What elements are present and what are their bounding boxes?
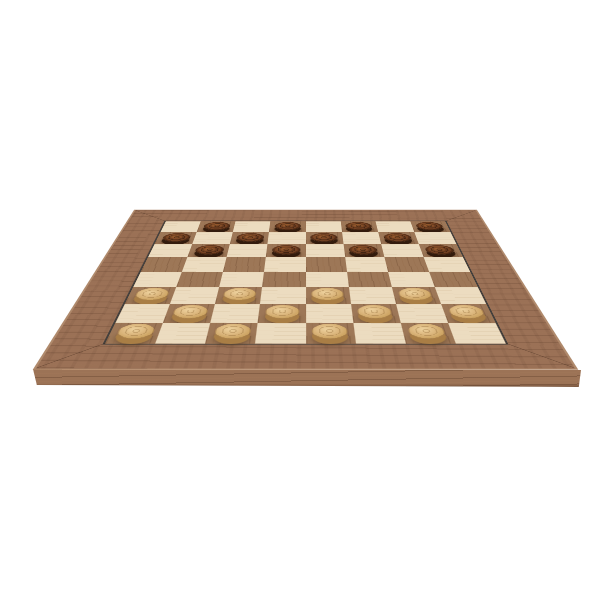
square-h1[interactable] [448, 323, 506, 344]
frame-miter-seam [37, 342, 109, 368]
piece-dark[interactable] [194, 245, 225, 254]
square-e1[interactable] [306, 323, 356, 344]
square-f8[interactable] [340, 221, 378, 232]
piece-dark[interactable] [272, 245, 301, 254]
board-perspective-wrapper [95, 61, 516, 482]
square-b6[interactable] [187, 244, 230, 257]
piece-dark[interactable] [310, 233, 337, 242]
piece-dark[interactable] [348, 245, 378, 254]
square-e7[interactable] [306, 232, 344, 244]
piece-light[interactable] [171, 305, 209, 319]
square-c5[interactable] [223, 257, 266, 271]
square-b1[interactable] [155, 323, 210, 344]
square-h7[interactable] [414, 232, 456, 244]
piece-light[interactable] [448, 305, 488, 319]
square-f3[interactable] [349, 287, 396, 304]
square-e3[interactable] [306, 287, 351, 304]
square-c6[interactable] [227, 244, 268, 257]
square-c4[interactable] [219, 272, 264, 287]
square-c8[interactable] [233, 221, 271, 232]
square-h5[interactable] [424, 257, 470, 271]
frame-miter-seam [443, 211, 475, 222]
square-c7[interactable] [230, 232, 269, 244]
piece-dark[interactable] [415, 222, 444, 230]
piece-light[interactable] [133, 288, 170, 300]
square-h3[interactable] [435, 287, 486, 304]
square-d5[interactable] [264, 257, 305, 271]
square-a4[interactable] [133, 272, 182, 287]
square-a2[interactable] [116, 304, 170, 323]
square-d4[interactable] [262, 272, 305, 287]
square-g3[interactable] [392, 287, 441, 304]
square-e2[interactable] [306, 304, 353, 323]
square-h8[interactable] [410, 221, 450, 232]
square-b7[interactable] [192, 232, 233, 244]
square-e4[interactable] [306, 272, 349, 287]
square-b5[interactable] [182, 257, 227, 271]
piece-light[interactable] [222, 288, 256, 300]
square-b8[interactable] [197, 221, 236, 232]
board-front-edge [33, 369, 581, 387]
square-f7[interactable] [342, 232, 381, 244]
square-c3[interactable] [215, 287, 262, 304]
square-a3[interactable] [125, 287, 176, 304]
square-f6[interactable] [343, 244, 384, 257]
square-a5[interactable] [141, 257, 187, 271]
square-a1[interactable] [105, 323, 163, 344]
square-f4[interactable] [347, 272, 392, 287]
checkers-board-photo [0, 0, 600, 600]
square-d2[interactable] [258, 304, 305, 323]
piece-dark[interactable] [345, 222, 372, 230]
piece-light[interactable] [312, 324, 348, 339]
square-g7[interactable] [378, 232, 419, 244]
square-g2[interactable] [396, 304, 448, 323]
square-b4[interactable] [176, 272, 223, 287]
square-b3[interactable] [170, 287, 219, 304]
piece-light[interactable] [357, 305, 393, 319]
square-h4[interactable] [429, 272, 478, 287]
square-d3[interactable] [260, 287, 305, 304]
square-h6[interactable] [419, 244, 463, 257]
square-d1[interactable] [255, 323, 305, 344]
piece-light[interactable] [213, 324, 251, 339]
board [33, 210, 579, 370]
piece-dark[interactable] [202, 222, 230, 230]
square-a8[interactable] [160, 221, 200, 232]
playing-area [102, 221, 508, 345]
square-d8[interactable] [269, 221, 305, 232]
square-b2[interactable] [163, 304, 215, 323]
square-g5[interactable] [384, 257, 429, 271]
piece-light[interactable] [311, 288, 344, 300]
square-d6[interactable] [266, 244, 305, 257]
piece-dark[interactable] [424, 245, 456, 254]
square-g4[interactable] [388, 272, 435, 287]
square-d7[interactable] [268, 232, 306, 244]
frame-miter-seam [135, 211, 167, 222]
square-e5[interactable] [306, 257, 347, 271]
piece-light[interactable] [407, 324, 447, 339]
square-c2[interactable] [211, 304, 261, 323]
piece-light[interactable] [398, 288, 434, 300]
square-g6[interactable] [381, 244, 424, 257]
piece-dark[interactable] [383, 233, 413, 242]
piece-light[interactable] [265, 305, 299, 319]
square-f1[interactable] [353, 323, 406, 344]
square-f5[interactable] [345, 257, 388, 271]
square-a7[interactable] [154, 232, 196, 244]
square-g1[interactable] [400, 323, 455, 344]
piece-dark[interactable] [236, 233, 265, 242]
piece-light[interactable] [114, 324, 156, 339]
frame-miter-seam [502, 342, 574, 368]
piece-dark[interactable] [274, 222, 300, 230]
square-g8[interactable] [375, 221, 414, 232]
square-c1[interactable] [205, 323, 258, 344]
square-e6[interactable] [306, 244, 345, 257]
square-h2[interactable] [441, 304, 495, 323]
square-a6[interactable] [148, 244, 192, 257]
piece-dark[interactable] [161, 233, 192, 242]
square-e8[interactable] [306, 221, 342, 232]
square-f2[interactable] [351, 304, 401, 323]
